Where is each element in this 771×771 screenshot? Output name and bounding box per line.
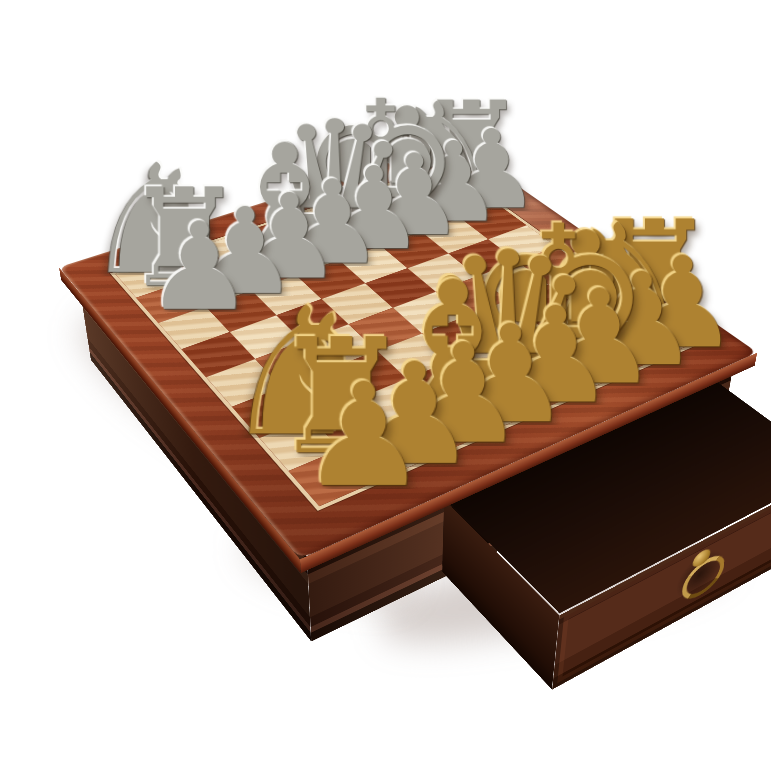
chess-set-photo: ♜♞♝♛♚♝♞♜♟♟♟♟♟♟♟♟♜♞♝♛♚♝♞♜♟♟♟♟♟♟♟♟ xyxy=(0,0,771,771)
drawer-front xyxy=(552,471,771,690)
board-space: ♜♞♝♛♚♝♞♜♟♟♟♟♟♟♟♟♜♞♝♛♚♝♞♜♟♟♟♟♟♟♟♟ xyxy=(59,142,758,559)
